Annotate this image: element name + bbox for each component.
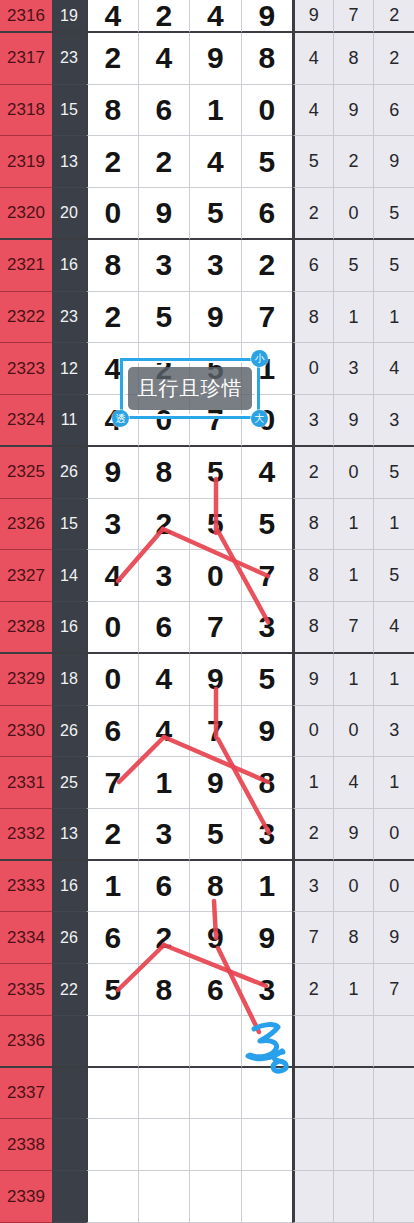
- sum-cell: [52, 1016, 86, 1068]
- sticker-opacity-handle[interactable]: 透: [112, 410, 129, 427]
- period-cell: 2339: [0, 1171, 52, 1223]
- extra-digit-cell: 5: [373, 550, 414, 602]
- sum-cell: 16: [52, 861, 86, 913]
- main-digit-cell: 3: [241, 964, 293, 1016]
- main-digit-cell: [138, 1068, 190, 1120]
- extra-digit-cell: [292, 1119, 333, 1171]
- period-cell: 2337: [0, 1068, 52, 1120]
- period-cell: 2325: [0, 447, 52, 499]
- main-digit-cell: 0: [86, 602, 138, 654]
- extra-digit-cell: 2: [333, 136, 374, 188]
- extra-digit-cell: 3: [292, 395, 333, 447]
- sticker-shrink-handle[interactable]: 小: [251, 350, 268, 367]
- period-cell: 2338: [0, 1119, 52, 1171]
- extra-digit-cell: 9: [333, 395, 374, 447]
- main-digit-cell: 6: [241, 188, 293, 240]
- period-cell: 2317: [0, 33, 52, 85]
- main-digit-cell: 5: [189, 188, 241, 240]
- main-digit-cell: [86, 1016, 138, 1068]
- main-digit-cell: 8: [86, 240, 138, 292]
- main-digit-cell: 1: [189, 85, 241, 137]
- extra-digit-cell: 0: [333, 188, 374, 240]
- extra-digit-cell: 2: [292, 188, 333, 240]
- sum-cell: 13: [52, 136, 86, 188]
- extra-digit-cell: 8: [292, 602, 333, 654]
- extra-digit-cell: 1: [373, 499, 414, 551]
- extra-digit-cell: 8: [292, 292, 333, 344]
- extra-digit-cell: 8: [292, 550, 333, 602]
- extra-digit-cell: [373, 1119, 414, 1171]
- extra-digit-cell: 0: [292, 706, 333, 758]
- extra-digit-cell: 9: [333, 85, 374, 137]
- period-cell: 2327: [0, 550, 52, 602]
- extra-digit-cell: 3: [333, 343, 374, 395]
- sum-cell: 18: [52, 654, 86, 706]
- extra-digit-cell: 8: [292, 499, 333, 551]
- sum-cell: 12: [52, 343, 86, 395]
- main-digit-cell: 4: [86, 550, 138, 602]
- extra-digit-cell: 5: [373, 240, 414, 292]
- main-digit-cell: 0: [241, 85, 293, 137]
- sum-cell: [52, 1171, 86, 1223]
- main-digit-cell: [241, 1068, 293, 1120]
- period-cell: 2326: [0, 499, 52, 551]
- period-cell: 2329: [0, 654, 52, 706]
- main-digit-cell: 5: [241, 499, 293, 551]
- main-digit-cell: [189, 1119, 241, 1171]
- period-cell: 2328: [0, 602, 52, 654]
- main-digit-cell: 2: [138, 499, 190, 551]
- extra-digit-cell: 8: [333, 912, 374, 964]
- sum-cell: 25: [52, 757, 86, 809]
- main-digit-cell: 2: [86, 33, 138, 85]
- main-digit-cell: 9: [241, 0, 293, 33]
- extra-digit-cell: [333, 1171, 374, 1223]
- main-digit-cell: 2: [86, 809, 138, 861]
- period-cell: 2334: [0, 912, 52, 964]
- main-digit-cell: [138, 1016, 190, 1068]
- main-digit-cell: 9: [189, 757, 241, 809]
- extra-digit-cell: 1: [333, 550, 374, 602]
- main-digit-cell: 8: [138, 964, 190, 1016]
- main-digit-cell: 5: [138, 292, 190, 344]
- extra-digit-cell: 0: [292, 343, 333, 395]
- extra-digit-cell: [333, 1016, 374, 1068]
- extra-digit-cell: [333, 1068, 374, 1120]
- extra-digit-cell: 1: [333, 292, 374, 344]
- main-digit-cell: [86, 1171, 138, 1223]
- period-cell: 2319: [0, 136, 52, 188]
- extra-digit-cell: 6: [373, 85, 414, 137]
- main-digit-cell: 4: [138, 33, 190, 85]
- main-digit-cell: 2: [86, 136, 138, 188]
- extra-digit-cell: 4: [373, 343, 414, 395]
- extra-digit-cell: 5: [333, 240, 374, 292]
- main-digit-cell: 8: [241, 757, 293, 809]
- main-digit-cell: 4: [189, 136, 241, 188]
- main-digit-cell: 5: [241, 654, 293, 706]
- main-digit-cell: 8: [189, 861, 241, 913]
- main-digit-cell: [189, 1016, 241, 1068]
- sum-cell: 13: [52, 809, 86, 861]
- sum-cell: [52, 1119, 86, 1171]
- period-cell: 2330: [0, 706, 52, 758]
- period-cell: 2318: [0, 85, 52, 137]
- main-digit-cell: 3: [138, 550, 190, 602]
- period-cell: 2320: [0, 188, 52, 240]
- main-digit-cell: 9: [241, 706, 293, 758]
- main-digit-cell: 6: [138, 602, 190, 654]
- main-digit-cell: 9: [189, 912, 241, 964]
- extra-digit-cell: 9: [292, 0, 333, 33]
- main-digit-cell: [138, 1119, 190, 1171]
- sum-cell: 14: [52, 550, 86, 602]
- period-cell: 2332: [0, 809, 52, 861]
- main-digit-cell: [241, 1119, 293, 1171]
- extra-digit-cell: 1: [333, 499, 374, 551]
- extra-digit-cell: 5: [292, 136, 333, 188]
- extra-digit-cell: 2: [373, 0, 414, 33]
- extra-digit-cell: 7: [333, 602, 374, 654]
- main-digit-cell: 7: [189, 706, 241, 758]
- sum-cell: 22: [52, 964, 86, 1016]
- extra-digit-cell: 2: [292, 447, 333, 499]
- extra-digit-cell: [373, 1016, 414, 1068]
- main-digit-cell: [189, 1068, 241, 1120]
- extra-digit-cell: 4: [292, 33, 333, 85]
- main-digit-cell: 2: [138, 0, 190, 33]
- main-digit-cell: 3: [189, 240, 241, 292]
- main-digit-cell: 6: [86, 912, 138, 964]
- period-cell: 2335: [0, 964, 52, 1016]
- extra-digit-cell: 0: [333, 861, 374, 913]
- extra-digit-cell: 5: [373, 447, 414, 499]
- extra-digit-cell: 7: [333, 0, 374, 33]
- sum-cell: 19: [52, 0, 86, 33]
- sum-cell: 16: [52, 602, 86, 654]
- period-cell: 2331: [0, 757, 52, 809]
- period-cell: 2333: [0, 861, 52, 913]
- main-digit-cell: 6: [86, 706, 138, 758]
- extra-digit-cell: 1: [373, 654, 414, 706]
- period-cell: 2323: [0, 343, 52, 395]
- extra-digit-cell: 0: [333, 447, 374, 499]
- main-digit-cell: 3: [241, 809, 293, 861]
- extra-digit-cell: 4: [292, 85, 333, 137]
- sticker-enlarge-handle[interactable]: 大: [251, 410, 268, 427]
- sum-cell: 23: [52, 292, 86, 344]
- extra-digit-cell: 4: [373, 602, 414, 654]
- number-grid: 2316194249972231723249848223181586104962…: [0, 0, 414, 1223]
- extra-digit-cell: 1: [292, 757, 333, 809]
- sum-cell: 15: [52, 85, 86, 137]
- main-digit-cell: 7: [241, 292, 293, 344]
- extra-digit-cell: 1: [373, 757, 414, 809]
- main-digit-cell: 9: [86, 447, 138, 499]
- sum-cell: 20: [52, 188, 86, 240]
- period-cell: 2324: [0, 395, 52, 447]
- extra-digit-cell: 9: [333, 809, 374, 861]
- main-digit-cell: 0: [86, 188, 138, 240]
- sum-cell: 26: [52, 912, 86, 964]
- extra-digit-cell: 1: [333, 964, 374, 1016]
- extra-digit-cell: 1: [373, 292, 414, 344]
- period-cell: 2321: [0, 240, 52, 292]
- main-digit-cell: 9: [241, 912, 293, 964]
- main-digit-cell: 4: [138, 706, 190, 758]
- main-digit-cell: 4: [138, 654, 190, 706]
- extra-digit-cell: [292, 1171, 333, 1223]
- main-digit-cell: 5: [189, 447, 241, 499]
- main-digit-cell: 0: [189, 550, 241, 602]
- extra-digit-cell: [333, 1119, 374, 1171]
- extra-digit-cell: 3: [292, 861, 333, 913]
- main-digit-cell: 3: [86, 499, 138, 551]
- main-digit-cell: 4: [189, 0, 241, 33]
- main-digit-cell: 9: [189, 33, 241, 85]
- main-digit-cell: 5: [189, 499, 241, 551]
- main-digit-cell: 3: [138, 809, 190, 861]
- main-digit-cell: [86, 1068, 138, 1120]
- sum-cell: [52, 1068, 86, 1120]
- main-digit-cell: 2: [86, 292, 138, 344]
- main-digit-cell: 1: [241, 861, 293, 913]
- extra-digit-cell: 7: [373, 964, 414, 1016]
- main-digit-cell: [138, 1171, 190, 1223]
- extra-digit-cell: 4: [333, 757, 374, 809]
- main-digit-cell: [189, 1171, 241, 1223]
- main-digit-cell: 7: [86, 757, 138, 809]
- extra-digit-cell: [373, 1068, 414, 1120]
- sum-cell: 26: [52, 447, 86, 499]
- main-digit-cell: 9: [138, 188, 190, 240]
- main-digit-cell: 6: [189, 964, 241, 1016]
- extra-digit-cell: 0: [373, 809, 414, 861]
- main-digit-cell: 5: [189, 809, 241, 861]
- extra-digit-cell: 2: [292, 809, 333, 861]
- extra-digit-cell: 0: [333, 706, 374, 758]
- main-digit-cell: 2: [241, 240, 293, 292]
- main-digit-cell: [241, 1171, 293, 1223]
- main-digit-cell: 6: [138, 85, 190, 137]
- sum-cell: 16: [52, 240, 86, 292]
- extra-digit-cell: 2: [292, 964, 333, 1016]
- extra-digit-cell: 6: [292, 240, 333, 292]
- extra-digit-cell: 8: [333, 33, 374, 85]
- extra-digit-cell: 7: [292, 912, 333, 964]
- extra-digit-cell: 5: [373, 188, 414, 240]
- extra-digit-cell: 2: [373, 33, 414, 85]
- sum-cell: 23: [52, 33, 86, 85]
- main-digit-cell: 2: [138, 912, 190, 964]
- main-digit-cell: 5: [241, 136, 293, 188]
- main-digit-cell: [86, 1119, 138, 1171]
- period-cell: 2316: [0, 0, 52, 33]
- extra-digit-cell: [292, 1016, 333, 1068]
- main-digit-cell: 8: [86, 85, 138, 137]
- main-digit-cell: 7: [241, 550, 293, 602]
- period-cell: 2322: [0, 292, 52, 344]
- extra-digit-cell: 9: [373, 912, 414, 964]
- extra-digit-cell: 9: [373, 136, 414, 188]
- extra-digit-cell: 1: [333, 654, 374, 706]
- main-digit-cell: 8: [241, 33, 293, 85]
- text-sticker[interactable]: 且行且珍惜 小 大 透: [120, 358, 260, 419]
- period-cell: 2336: [0, 1016, 52, 1068]
- main-digit-cell: 1: [86, 861, 138, 913]
- extra-digit-cell: 3: [373, 706, 414, 758]
- main-digit-cell: 8: [138, 447, 190, 499]
- main-digit-cell: 5: [86, 964, 138, 1016]
- main-digit-cell: 9: [189, 654, 241, 706]
- extra-digit-cell: [292, 1068, 333, 1120]
- main-digit-cell: 4: [241, 447, 293, 499]
- main-digit-cell: [241, 1016, 293, 1068]
- main-digit-cell: 4: [86, 0, 138, 33]
- sum-cell: 11: [52, 395, 86, 447]
- extra-digit-cell: 9: [292, 654, 333, 706]
- sticker-label: 且行且珍惜: [128, 367, 252, 410]
- sum-cell: 15: [52, 499, 86, 551]
- main-digit-cell: 1: [138, 757, 190, 809]
- main-digit-cell: 2: [138, 136, 190, 188]
- lottery-trend-board: 2316194249972231723249848223181586104962…: [0, 0, 414, 1223]
- extra-digit-cell: [373, 1171, 414, 1223]
- main-digit-cell: 6: [138, 861, 190, 913]
- extra-digit-cell: 3: [373, 395, 414, 447]
- main-digit-cell: 3: [241, 602, 293, 654]
- main-digit-cell: 9: [189, 292, 241, 344]
- main-digit-cell: 0: [86, 654, 138, 706]
- main-digit-cell: 3: [138, 240, 190, 292]
- sum-cell: 26: [52, 706, 86, 758]
- main-digit-cell: 7: [189, 602, 241, 654]
- extra-digit-cell: 0: [373, 861, 414, 913]
